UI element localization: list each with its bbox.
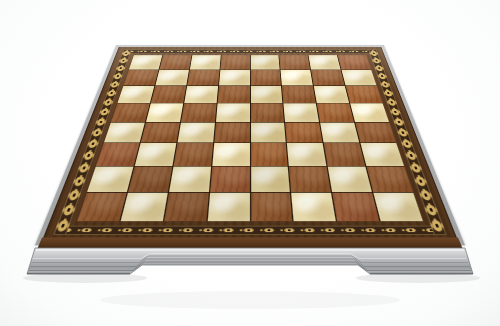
chessboard-photo [0,0,500,326]
square-b5[interactable] [146,103,183,122]
shadow-left-foot [23,273,147,283]
square-e6[interactable] [250,86,282,103]
square-g4[interactable] [320,122,359,142]
square-h4[interactable] [355,122,396,142]
square-h7[interactable] [342,70,377,85]
square-f2[interactable] [289,167,331,192]
square-d7[interactable] [219,70,250,85]
square-c1[interactable] [164,193,209,221]
square-c2[interactable] [169,167,211,192]
square-e7[interactable] [250,70,281,85]
square-c6[interactable] [184,86,218,103]
square-e1[interactable] [251,193,293,221]
square-a8[interactable] [129,55,162,69]
square-d2[interactable] [210,167,250,192]
square-d1[interactable] [207,193,249,221]
square-a1[interactable] [77,193,126,221]
metal-rib-3 [32,256,469,263]
square-g6[interactable] [314,86,349,103]
metal-rib-2 [31,259,470,267]
metal-rib-1 [29,262,471,271]
square-f4[interactable] [285,122,322,142]
square-h6[interactable] [346,86,383,103]
inlay-border-top [122,49,378,53]
square-b7[interactable] [155,70,188,85]
square-d4[interactable] [214,122,250,142]
square-e2[interactable] [251,167,291,192]
square-b4[interactable] [141,122,180,142]
square-c3[interactable] [173,143,213,166]
square-b6[interactable] [151,86,186,103]
square-d5[interactable] [216,103,250,122]
square-f8[interactable] [280,55,311,69]
square-a5[interactable] [111,103,150,122]
square-f1[interactable] [292,193,337,221]
inlay-border-bottom [53,226,447,235]
board-grid [77,55,423,221]
square-h8[interactable] [338,55,371,69]
square-f6[interactable] [282,86,316,103]
square-f5[interactable] [284,103,319,122]
square-a4[interactable] [104,122,145,142]
metal-rib-highlight [33,254,467,259]
square-h5[interactable] [350,103,389,122]
square-g8[interactable] [309,55,341,69]
square-a3[interactable] [96,143,139,166]
square-b1[interactable] [120,193,167,221]
square-e5[interactable] [250,103,284,122]
square-g2[interactable] [328,167,372,192]
square-d6[interactable] [217,86,249,103]
square-d8[interactable] [220,55,250,69]
square-c4[interactable] [177,122,214,142]
square-g1[interactable] [332,193,379,221]
square-f3[interactable] [287,143,327,166]
square-b8[interactable] [159,55,191,69]
square-a7[interactable] [124,70,159,85]
shadow-floor [100,291,400,309]
square-a2[interactable] [87,167,133,192]
metal-base [27,248,473,274]
chess-board [35,45,465,245]
square-h3[interactable] [361,143,404,166]
shadow-right-foot [356,273,480,283]
square-c8[interactable] [190,55,221,69]
square-c5[interactable] [181,103,216,122]
square-g5[interactable] [317,103,354,122]
square-b3[interactable] [135,143,176,166]
square-e3[interactable] [251,143,289,166]
square-a6[interactable] [118,86,155,103]
square-f7[interactable] [281,70,313,85]
square-d3[interactable] [212,143,250,166]
square-e4[interactable] [251,122,287,142]
square-g3[interactable] [324,143,365,166]
square-e8[interactable] [250,55,280,69]
square-b2[interactable] [128,167,172,192]
square-g7[interactable] [311,70,344,85]
square-c7[interactable] [187,70,219,85]
